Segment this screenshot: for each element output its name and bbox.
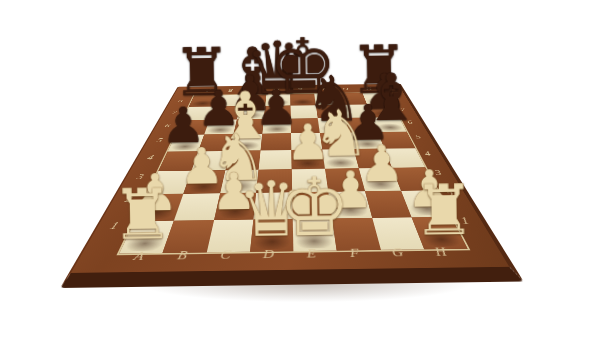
piece-white-rook-h1[interactable]: ♜: [386, 175, 500, 246]
square-e1[interactable]: ♚: [293, 218, 337, 251]
square-a1[interactable]: ♜: [119, 221, 174, 254]
board-frame: ♜♝♛♚♜♟♟♟♟♞♝♟♝♟♟♞♟♞♟♟♟♟♟♜♛♚♜ ABCDEFGH ABC…: [60, 84, 524, 288]
piece-white-king-e1[interactable]: ♚: [257, 166, 371, 248]
board-perspective-plane: ♜♝♛♚♜♟♟♟♟♞♝♟♝♟♟♞♟♞♟♟♟♟♟♜♛♚♜ ABCDEFGH ABC…: [60, 84, 524, 288]
board-squares-grid[interactable]: ♜♝♛♚♜♟♟♟♟♞♝♟♝♟♟♞♟♞♟♟♟♟♟♜♛♚♜: [119, 93, 467, 254]
chess-photo-scene: ♜♝♛♚♜♟♟♟♟♞♝♟♝♟♟♞♟♞♟♟♟♟♟♜♛♚♜ ABCDEFGH ABC…: [0, 0, 600, 360]
piece-white-rook-a1[interactable]: ♜: [85, 179, 199, 250]
square-h1[interactable]: ♜: [411, 217, 467, 250]
